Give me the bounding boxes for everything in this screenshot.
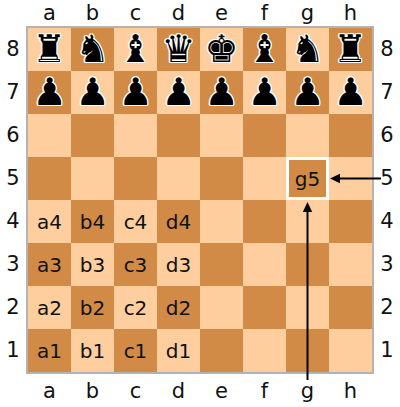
rank-label-right-3: 3: [374, 243, 400, 286]
square-e4[interactable]: [200, 200, 243, 243]
square-name-label-d4: d4: [166, 212, 191, 232]
square-d8[interactable]: ♛: [157, 28, 200, 71]
black-pawn-piece: ♟: [204, 73, 238, 111]
square-g5[interactable]: g5: [286, 157, 329, 200]
chess-coordinates-diagram: aabbccddeeffgghh8877665544332211 ♜♞♝♛♚♝♞…: [0, 0, 400, 407]
file-label-top-h: h: [329, 0, 372, 26]
square-b4[interactable]: b4: [71, 200, 114, 243]
black-rook-piece: ♜: [333, 30, 367, 68]
square-b3[interactable]: b3: [71, 243, 114, 286]
square-name-label-b1: b1: [80, 341, 105, 361]
square-name-label-c4: c4: [124, 212, 148, 232]
square-f7[interactable]: ♟: [243, 71, 286, 114]
square-h3[interactable]: [329, 243, 372, 286]
square-e5[interactable]: [200, 157, 243, 200]
square-a5[interactable]: [28, 157, 71, 200]
square-d6[interactable]: [157, 114, 200, 157]
square-c3[interactable]: c3: [114, 243, 157, 286]
rank-label-left-8: 8: [0, 28, 26, 71]
square-name-label-d3: d3: [166, 255, 191, 275]
black-bishop-piece: ♝: [247, 30, 281, 68]
file-label-bottom-d: d: [157, 376, 200, 406]
square-name-label-d1: d1: [166, 341, 191, 361]
square-f5[interactable]: [243, 157, 286, 200]
file-label-bottom-f: f: [243, 376, 286, 406]
square-g6[interactable]: [286, 114, 329, 157]
square-h4[interactable]: [329, 200, 372, 243]
black-rook-piece: ♜: [32, 30, 66, 68]
square-f4[interactable]: [243, 200, 286, 243]
black-bishop-piece: ♝: [118, 30, 152, 68]
file-label-top-f: f: [243, 0, 286, 26]
black-pawn-piece: ♟: [118, 73, 152, 111]
square-name-label-d2: d2: [166, 298, 191, 318]
file-label-bottom-e: e: [200, 376, 243, 406]
square-d2[interactable]: d2: [157, 286, 200, 329]
square-h5[interactable]: [329, 157, 372, 200]
rank-label-left-5: 5: [0, 157, 26, 200]
file-label-bottom-g: g: [286, 376, 329, 406]
chess-board: ♜♞♝♛♚♝♞♜♟♟♟♟♟♟♟♟g5a4b4c4d4a3b3c3d3a2b2c2…: [26, 26, 374, 374]
square-name-label-c1: c1: [124, 341, 148, 361]
square-c7[interactable]: ♟: [114, 71, 157, 114]
rank-label-right-7: 7: [374, 71, 400, 114]
square-c5[interactable]: [114, 157, 157, 200]
rank-label-right-6: 6: [374, 114, 400, 157]
square-d1[interactable]: d1: [157, 329, 200, 372]
square-e6[interactable]: [200, 114, 243, 157]
square-g4[interactable]: [286, 200, 329, 243]
black-queen-piece: ♛: [161, 30, 195, 68]
square-b6[interactable]: [71, 114, 114, 157]
square-a8[interactable]: ♜: [28, 28, 71, 71]
square-g8[interactable]: ♞: [286, 28, 329, 71]
square-b7[interactable]: ♟: [71, 71, 114, 114]
square-name-label-c2: c2: [124, 298, 148, 318]
file-label-bottom-a: a: [28, 376, 71, 406]
file-label-bottom-b: b: [71, 376, 114, 406]
square-g7[interactable]: ♟: [286, 71, 329, 114]
square-e7[interactable]: ♟: [200, 71, 243, 114]
square-f1[interactable]: [243, 329, 286, 372]
square-name-label-b2: b2: [80, 298, 105, 318]
black-pawn-piece: ♟: [161, 73, 195, 111]
black-pawn-piece: ♟: [32, 73, 66, 111]
black-pawn-piece: ♟: [247, 73, 281, 111]
square-e1[interactable]: [200, 329, 243, 372]
square-a7[interactable]: ♟: [28, 71, 71, 114]
square-d5[interactable]: [157, 157, 200, 200]
square-name-label-b3: b3: [80, 255, 105, 275]
file-label-top-g: g: [286, 0, 329, 26]
square-name-label-c3: c3: [124, 255, 148, 275]
square-d4[interactable]: d4: [157, 200, 200, 243]
rank-label-left-6: 6: [0, 114, 26, 157]
square-b8[interactable]: ♞: [71, 28, 114, 71]
black-pawn-piece: ♟: [333, 73, 367, 111]
square-c4[interactable]: c4: [114, 200, 157, 243]
square-a1[interactable]: a1: [28, 329, 71, 372]
square-h1[interactable]: [329, 329, 372, 372]
square-b5[interactable]: [71, 157, 114, 200]
square-g1[interactable]: [286, 329, 329, 372]
square-h6[interactable]: [329, 114, 372, 157]
square-e2[interactable]: [200, 286, 243, 329]
black-knight-piece: ♞: [290, 30, 324, 68]
square-d7[interactable]: ♟: [157, 71, 200, 114]
file-label-bottom-h: h: [329, 376, 372, 406]
rank-label-right-8: 8: [374, 28, 400, 71]
rank-label-left-3: 3: [0, 243, 26, 286]
file-label-top-e: e: [200, 0, 243, 26]
square-name-label-a2: a2: [37, 298, 62, 318]
file-label-bottom-c: c: [114, 376, 157, 406]
file-label-top-a: a: [28, 0, 71, 26]
square-b2[interactable]: b2: [71, 286, 114, 329]
rank-label-right-2: 2: [374, 286, 400, 329]
square-a6[interactable]: [28, 114, 71, 157]
square-f8[interactable]: ♝: [243, 28, 286, 71]
black-pawn-piece: ♟: [75, 73, 109, 111]
square-b1[interactable]: b1: [71, 329, 114, 372]
black-knight-piece: ♞: [75, 30, 109, 68]
rank-label-right-1: 1: [374, 329, 400, 372]
highlighted-square-label-g5: g5: [295, 169, 320, 189]
square-f2[interactable]: [243, 286, 286, 329]
square-name-label-a3: a3: [37, 255, 62, 275]
square-a3[interactable]: a3: [28, 243, 71, 286]
file-label-top-d: d: [157, 0, 200, 26]
square-f6[interactable]: [243, 114, 286, 157]
square-g3[interactable]: [286, 243, 329, 286]
square-d3[interactable]: d3: [157, 243, 200, 286]
square-h8[interactable]: ♜: [329, 28, 372, 71]
square-h2[interactable]: [329, 286, 372, 329]
black-pawn-piece: ♟: [290, 73, 324, 111]
rank-label-left-7: 7: [0, 71, 26, 114]
square-name-label-a4: a4: [37, 212, 62, 232]
file-label-top-c: c: [114, 0, 157, 26]
rank-label-right-4: 4: [374, 200, 400, 243]
square-h7[interactable]: ♟: [329, 71, 372, 114]
file-label-top-b: b: [71, 0, 114, 26]
square-c2[interactable]: c2: [114, 286, 157, 329]
square-a4[interactable]: a4: [28, 200, 71, 243]
square-name-label-a1: a1: [37, 341, 62, 361]
rank-label-right-5: 5: [374, 157, 400, 200]
square-c6[interactable]: [114, 114, 157, 157]
square-e8[interactable]: ♚: [200, 28, 243, 71]
black-king-piece: ♚: [204, 30, 238, 68]
square-g2[interactable]: [286, 286, 329, 329]
square-c8[interactable]: ♝: [114, 28, 157, 71]
square-e3[interactable]: [200, 243, 243, 286]
square-name-label-b4: b4: [80, 212, 105, 232]
square-a2[interactable]: a2: [28, 286, 71, 329]
square-c1[interactable]: c1: [114, 329, 157, 372]
rank-label-left-4: 4: [0, 200, 26, 243]
rank-label-left-2: 2: [0, 286, 26, 329]
square-f3[interactable]: [243, 243, 286, 286]
rank-label-left-1: 1: [0, 329, 26, 372]
